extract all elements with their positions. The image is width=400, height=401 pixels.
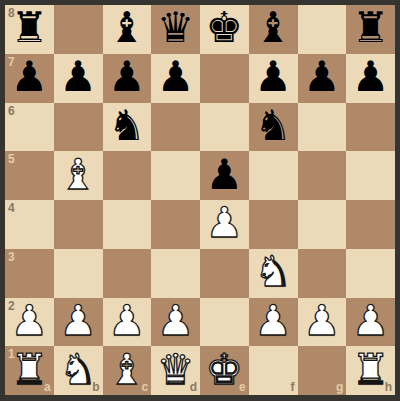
square-c1[interactable]: c♝	[103, 346, 152, 395]
piece-white-pawn[interactable]: ♟	[108, 300, 146, 342]
piece-white-pawn[interactable]: ♟	[352, 300, 390, 342]
square-a3[interactable]: 3	[5, 249, 54, 298]
file-label-f: f	[291, 381, 295, 393]
square-d2[interactable]: ♟	[151, 298, 200, 347]
square-h3[interactable]	[346, 249, 395, 298]
square-f1[interactable]: f	[249, 346, 298, 395]
piece-white-knight[interactable]: ♞	[59, 349, 97, 391]
piece-white-pawn[interactable]: ♟	[157, 300, 195, 342]
square-g6[interactable]	[298, 103, 347, 152]
piece-black-knight[interactable]: ♞	[108, 105, 146, 147]
square-f3[interactable]: ♞	[249, 249, 298, 298]
square-a1[interactable]: 1a♜	[5, 346, 54, 395]
square-d6[interactable]	[151, 103, 200, 152]
square-f7[interactable]: ♟	[249, 54, 298, 103]
square-e5[interactable]: ♟	[200, 151, 249, 200]
piece-white-knight[interactable]: ♞	[254, 251, 292, 293]
square-h7[interactable]: ♟	[346, 54, 395, 103]
piece-white-bishop[interactable]: ♝	[108, 349, 146, 391]
square-f4[interactable]	[249, 200, 298, 249]
square-a7[interactable]: 7♟	[5, 54, 54, 103]
square-d1[interactable]: d♛	[151, 346, 200, 395]
square-d4[interactable]	[151, 200, 200, 249]
square-d8[interactable]: ♛	[151, 5, 200, 54]
piece-black-knight[interactable]: ♞	[254, 105, 292, 147]
piece-white-pawn[interactable]: ♟	[206, 202, 244, 244]
square-a2[interactable]: 2♟	[5, 298, 54, 347]
square-e7[interactable]	[200, 54, 249, 103]
square-e3[interactable]	[200, 249, 249, 298]
square-f6[interactable]: ♞	[249, 103, 298, 152]
square-e4[interactable]: ♟	[200, 200, 249, 249]
square-g4[interactable]	[298, 200, 347, 249]
square-c6[interactable]: ♞	[103, 103, 152, 152]
piece-black-pawn[interactable]: ♟	[157, 56, 195, 98]
square-b4[interactable]	[54, 200, 103, 249]
square-c3[interactable]	[103, 249, 152, 298]
square-e1[interactable]: e♚	[200, 346, 249, 395]
square-b8[interactable]	[54, 5, 103, 54]
square-h2[interactable]: ♟	[346, 298, 395, 347]
square-g3[interactable]	[298, 249, 347, 298]
square-e8[interactable]: ♚	[200, 5, 249, 54]
square-b6[interactable]	[54, 103, 103, 152]
square-g8[interactable]	[298, 5, 347, 54]
square-f8[interactable]: ♝	[249, 5, 298, 54]
square-h4[interactable]	[346, 200, 395, 249]
square-d3[interactable]	[151, 249, 200, 298]
square-h6[interactable]	[346, 103, 395, 152]
piece-white-rook[interactable]: ♜	[352, 349, 390, 391]
piece-black-queen[interactable]: ♛	[157, 7, 195, 49]
square-c7[interactable]: ♟	[103, 54, 152, 103]
piece-black-bishop[interactable]: ♝	[254, 7, 292, 49]
rank-label-3: 3	[8, 251, 15, 263]
square-f5[interactable]	[249, 151, 298, 200]
file-label-g: g	[336, 381, 343, 393]
square-b3[interactable]	[54, 249, 103, 298]
square-f2[interactable]: ♟	[249, 298, 298, 347]
piece-black-pawn[interactable]: ♟	[59, 56, 97, 98]
square-b1[interactable]: b♞	[54, 346, 103, 395]
square-a6[interactable]: 6	[5, 103, 54, 152]
rank-label-4: 4	[8, 202, 15, 214]
piece-white-rook[interactable]: ♜	[11, 349, 49, 391]
square-c4[interactable]	[103, 200, 152, 249]
chess-board: 8♜♝♛♚♝♜7♟♟♟♟♟♟♟6♞♞5♝♟4♟3♞2♟♟♟♟♟♟♟1a♜b♞c♝…	[0, 0, 400, 401]
piece-white-pawn[interactable]: ♟	[303, 300, 341, 342]
square-g1[interactable]: g	[298, 346, 347, 395]
piece-black-pawn[interactable]: ♟	[11, 56, 49, 98]
piece-white-king[interactable]: ♚	[206, 349, 244, 391]
piece-black-pawn[interactable]: ♟	[352, 56, 390, 98]
rank-label-6: 6	[8, 105, 15, 117]
piece-black-rook[interactable]: ♜	[11, 7, 49, 49]
square-a8[interactable]: 8♜	[5, 5, 54, 54]
piece-black-pawn[interactable]: ♟	[254, 56, 292, 98]
piece-black-bishop[interactable]: ♝	[108, 7, 146, 49]
square-e6[interactable]	[200, 103, 249, 152]
piece-white-pawn[interactable]: ♟	[254, 300, 292, 342]
square-b5[interactable]: ♝	[54, 151, 103, 200]
square-d5[interactable]	[151, 151, 200, 200]
square-h8[interactable]: ♜	[346, 5, 395, 54]
square-g5[interactable]	[298, 151, 347, 200]
square-a5[interactable]: 5	[5, 151, 54, 200]
piece-white-bishop[interactable]: ♝	[59, 154, 97, 196]
square-a4[interactable]: 4	[5, 200, 54, 249]
piece-black-rook[interactable]: ♜	[352, 7, 390, 49]
square-c5[interactable]	[103, 151, 152, 200]
piece-white-pawn[interactable]: ♟	[59, 300, 97, 342]
square-d7[interactable]: ♟	[151, 54, 200, 103]
square-h5[interactable]	[346, 151, 395, 200]
piece-black-king[interactable]: ♚	[206, 7, 244, 49]
board-grid: 8♜♝♛♚♝♜7♟♟♟♟♟♟♟6♞♞5♝♟4♟3♞2♟♟♟♟♟♟♟1a♜b♞c♝…	[5, 5, 395, 395]
piece-black-pawn[interactable]: ♟	[108, 56, 146, 98]
piece-black-pawn[interactable]: ♟	[303, 56, 341, 98]
piece-black-pawn[interactable]: ♟	[206, 154, 244, 196]
piece-white-queen[interactable]: ♛	[157, 349, 195, 391]
square-g7[interactable]: ♟	[298, 54, 347, 103]
square-c2[interactable]: ♟	[103, 298, 152, 347]
rank-label-5: 5	[8, 153, 15, 165]
square-b2[interactable]: ♟	[54, 298, 103, 347]
piece-white-pawn[interactable]: ♟	[11, 300, 49, 342]
square-h1[interactable]: h♜	[346, 346, 395, 395]
square-g2[interactable]: ♟	[298, 298, 347, 347]
square-b7[interactable]: ♟	[54, 54, 103, 103]
square-e2[interactable]	[200, 298, 249, 347]
square-c8[interactable]: ♝	[103, 5, 152, 54]
